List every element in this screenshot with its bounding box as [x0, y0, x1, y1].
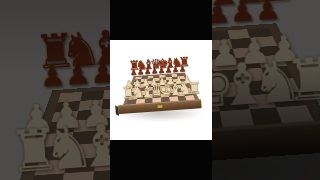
background-blur-right: ♜♞♝♛♚♝♞♜ ♟♟♟♟♟♟♟♟ ♟♟♟♟♟♟♟♟ ♜♞♝♛♚♝♞♜	[212, 0, 320, 180]
dark-pawn: ♟	[39, 63, 66, 93]
letterbox-top	[110, 0, 212, 40]
light-knight: ♞	[249, 55, 285, 115]
dark-pawn: ♟	[254, 0, 281, 28]
video-frame[interactable]: ♜♞♝♛♚♝♞♜ ♟♟♟♟♟♟♟♟ ♟♟♟♟♟♟♟♟ ♜♞♝♛♚♝♞♜ ♜♞♝♛…	[0, 0, 320, 180]
dark-pawn: ♟	[229, 0, 256, 29]
light-bishop: ♝	[75, 118, 110, 178]
dark-pawn: ♟	[212, 1, 231, 31]
box-front-panel	[212, 120, 320, 173]
letterbox-bottom	[110, 140, 212, 180]
light-knight: ♞	[177, 81, 187, 98]
light-knight: ♞	[130, 84, 140, 101]
dark-pawn: ♟	[179, 65, 187, 73]
chess-set-photo: ♜♞♝♛♚♝♞♜ ♟♟♟♟♟♟♟♟ ♟♟♟♟♟♟♟♟ ♜♞♝♛♚♝♞♜	[212, 0, 320, 180]
white-back-rank: ♜♞♝♛♚♝♞♜	[7, 106, 110, 180]
chess-board-box: ♜♞♝♛♚♝♞♜ ♟♟♟♟♟♟♟♟ ♟♟♟♟♟♟♟♟ ♜♞♝♛♚♝♞♜	[212, 0, 320, 180]
chess-board-box: ♜♞♝♛♚♝♞♜ ♟♟♟♟♟♟♟♟ ♟♟♟♟♟♟♟♟ ♜♞♝♛♚♝♞♜	[110, 40, 212, 140]
main-product-photo: ♜♞♝♛♚♝♞♜ ♟♟♟♟♟♟♟♟ ♟♟♟♟♟♟♟♟ ♜♞♝♛♚♝♞♜	[110, 40, 212, 140]
light-rook: ♜	[7, 123, 43, 180]
chess-set-photo: ♜♞♝♛♚♝♞♜ ♟♟♟♟♟♟♟♟ ♟♟♟♟♟♟♟♟ ♜♞♝♛♚♝♞♜	[0, 0, 110, 180]
light-rook: ♜	[283, 52, 319, 112]
dark-pawn: ♟	[64, 62, 91, 92]
center-column: ♜♞♝♛♚♝♞♜ ♟♟♟♟♟♟♟♟ ♟♟♟♟♟♟♟♟ ♜♞♝♛♚♝♞♜	[110, 0, 212, 180]
brass-clasp-icon	[157, 105, 162, 108]
chess-set-photo: ♜♞♝♛♚♝♞♜ ♟♟♟♟♟♟♟♟ ♟♟♟♟♟♟♟♟ ♜♞♝♛♚♝♞♜	[110, 40, 212, 140]
light-rook: ♜	[187, 81, 197, 98]
background-blur-left: ♜♞♝♛♚♝♞♜ ♟♟♟♟♟♟♟♟ ♟♟♟♟♟♟♟♟ ♜♞♝♛♚♝♞♜	[0, 0, 110, 180]
chess-board-box: ♜♞♝♛♚♝♞♜ ♟♟♟♟♟♟♟♟ ♟♟♟♟♟♟♟♟ ♜♞♝♛♚♝♞♜	[0, 0, 110, 180]
background-scene-left: ♜♞♝♛♚♝♞♜ ♟♟♟♟♟♟♟♟ ♟♟♟♟♟♟♟♟ ♜♞♝♛♚♝♞♜	[0, 0, 110, 180]
light-queen: ♛	[149, 83, 159, 100]
light-king: ♚	[159, 83, 169, 100]
dark-pawn: ♟	[89, 60, 110, 90]
light-bishop: ♝	[215, 57, 251, 117]
light-knight: ♞	[41, 121, 77, 180]
light-bishop: ♝	[168, 82, 178, 99]
background-scene-right: ♜♞♝♛♚♝♞♜ ♟♟♟♟♟♟♟♟ ♟♟♟♟♟♟♟♟ ♜♞♝♛♚♝♞♜	[212, 0, 320, 180]
